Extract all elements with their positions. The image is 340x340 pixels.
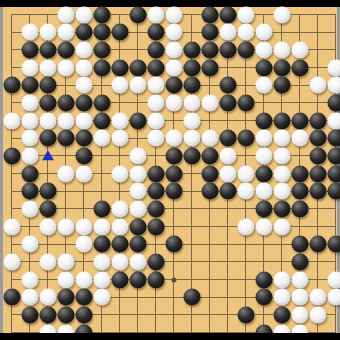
white-stone [273, 218, 290, 235]
black-stone [21, 306, 38, 323]
black-stone [201, 59, 218, 76]
black-stone [309, 130, 326, 147]
black-stone [75, 130, 92, 147]
white-stone [21, 94, 38, 111]
white-stone [309, 306, 326, 323]
white-stone [21, 289, 38, 306]
black-stone [255, 271, 272, 288]
white-stone [21, 24, 38, 41]
black-stone [183, 147, 200, 164]
white-stone [273, 289, 290, 306]
black-stone [57, 41, 74, 58]
white-stone [129, 200, 146, 217]
white-stone [39, 24, 56, 41]
white-stone [147, 130, 164, 147]
black-stone [219, 94, 236, 111]
white-stone [93, 289, 110, 306]
black-stone [75, 24, 92, 41]
white-stone [147, 6, 164, 23]
white-stone [273, 183, 290, 200]
black-stone [111, 271, 128, 288]
black-stone [39, 200, 56, 217]
black-stone [237, 94, 254, 111]
black-stone [219, 183, 236, 200]
white-stone [129, 253, 146, 270]
black-stone [327, 94, 340, 111]
black-stone [129, 6, 146, 23]
white-stone [147, 77, 164, 94]
white-stone [255, 147, 272, 164]
white-stone [75, 41, 92, 58]
white-stone [57, 59, 74, 76]
black-stone [255, 112, 272, 129]
black-stone [147, 41, 164, 58]
white-stone [21, 200, 38, 217]
white-stone [57, 165, 74, 182]
black-stone [147, 253, 164, 270]
bottom-letterbox-bar [0, 333, 340, 340]
white-stone [111, 130, 128, 147]
white-stone [129, 77, 146, 94]
white-stone [165, 6, 182, 23]
black-stone [39, 77, 56, 94]
black-stone [21, 77, 38, 94]
white-stone [183, 112, 200, 129]
white-stone [255, 130, 272, 147]
black-stone [273, 306, 290, 323]
black-stone [309, 112, 326, 129]
white-stone [111, 200, 128, 217]
white-stone [57, 271, 74, 288]
black-stone [111, 59, 128, 76]
white-stone [21, 130, 38, 147]
white-stone [75, 6, 92, 23]
go-app-screenshot: { "game": "go", "board": { "size": 19, "… [0, 0, 340, 340]
go-board[interactable] [3, 7, 337, 333]
black-stone [201, 41, 218, 58]
black-stone [183, 59, 200, 76]
black-stone [93, 236, 110, 253]
white-stone [111, 253, 128, 270]
black-stone [255, 200, 272, 217]
black-stone [93, 112, 110, 129]
black-stone [237, 41, 254, 58]
black-stone [3, 147, 20, 164]
black-stone [147, 200, 164, 217]
white-stone [183, 130, 200, 147]
black-stone [57, 289, 74, 306]
white-stone [75, 77, 92, 94]
black-stone [219, 77, 236, 94]
white-stone [327, 59, 340, 76]
white-stone [201, 94, 218, 111]
white-stone [39, 112, 56, 129]
white-stone [21, 271, 38, 288]
black-stone [57, 94, 74, 111]
black-stone [165, 183, 182, 200]
black-stone [147, 271, 164, 288]
white-stone [57, 218, 74, 235]
black-stone [273, 59, 290, 76]
white-stone [39, 253, 56, 270]
white-stone [255, 218, 272, 235]
white-stone [165, 59, 182, 76]
black-stone [111, 24, 128, 41]
white-stone [327, 289, 340, 306]
black-stone [93, 24, 110, 41]
black-stone [255, 165, 272, 182]
white-stone [111, 218, 128, 235]
white-stone [327, 112, 340, 129]
white-stone [93, 253, 110, 270]
white-stone [309, 289, 326, 306]
white-stone [111, 165, 128, 182]
white-stone [75, 59, 92, 76]
white-stone [93, 218, 110, 235]
black-stone [21, 41, 38, 58]
black-stone [327, 130, 340, 147]
white-stone [309, 77, 326, 94]
white-stone [219, 147, 236, 164]
black-stone [93, 41, 110, 58]
black-stone [255, 289, 272, 306]
black-stone [183, 289, 200, 306]
black-stone [147, 183, 164, 200]
black-stone [201, 24, 218, 41]
black-stone [309, 165, 326, 182]
black-stone [147, 218, 164, 235]
white-stone [3, 112, 20, 129]
black-stone [273, 77, 290, 94]
white-stone [237, 24, 254, 41]
black-stone [291, 253, 308, 270]
white-stone [273, 41, 290, 58]
black-stone [201, 165, 218, 182]
white-stone [291, 130, 308, 147]
white-stone [147, 112, 164, 129]
black-stone [129, 59, 146, 76]
black-stone [183, 41, 200, 58]
white-stone [291, 306, 308, 323]
black-stone [183, 77, 200, 94]
black-stone [291, 236, 308, 253]
white-stone [57, 6, 74, 23]
white-stone [255, 41, 272, 58]
black-stone [309, 147, 326, 164]
white-stone [21, 112, 38, 129]
white-stone [237, 218, 254, 235]
white-stone [111, 112, 128, 129]
white-stone [21, 236, 38, 253]
black-stone [147, 165, 164, 182]
white-stone [111, 77, 128, 94]
white-stone [219, 165, 236, 182]
black-stone [309, 236, 326, 253]
black-stone [93, 94, 110, 111]
white-stone [39, 218, 56, 235]
white-stone [129, 165, 146, 182]
black-stone [129, 112, 146, 129]
black-stone [39, 94, 56, 111]
black-stone [255, 59, 272, 76]
white-stone [75, 112, 92, 129]
white-stone [93, 130, 110, 147]
black-stone [75, 306, 92, 323]
black-stone [39, 130, 56, 147]
white-stone [93, 271, 110, 288]
black-stone [327, 147, 340, 164]
white-stone [219, 24, 236, 41]
black-stone [39, 306, 56, 323]
black-stone [129, 218, 146, 235]
black-stone [75, 94, 92, 111]
white-stone [129, 183, 146, 200]
white-stone [21, 59, 38, 76]
black-stone [165, 165, 182, 182]
black-stone [3, 77, 20, 94]
white-stone [273, 130, 290, 147]
white-stone [21, 147, 38, 164]
white-stone [291, 271, 308, 288]
black-stone [21, 165, 38, 182]
black-stone [39, 41, 56, 58]
white-stone [273, 6, 290, 23]
white-stone [273, 271, 290, 288]
white-stone [57, 253, 74, 270]
black-stone [201, 147, 218, 164]
white-stone [237, 6, 254, 23]
white-stone [57, 24, 74, 41]
white-stone [165, 130, 182, 147]
white-stone [183, 94, 200, 111]
triangle-marker [42, 150, 54, 160]
black-stone [147, 59, 164, 76]
black-stone [21, 183, 38, 200]
black-stone [39, 183, 56, 200]
black-stone [327, 165, 340, 182]
white-stone [237, 165, 254, 182]
black-stone [129, 271, 146, 288]
black-stone [327, 183, 340, 200]
black-stone [165, 236, 182, 253]
black-stone [129, 236, 146, 253]
white-stone [255, 77, 272, 94]
white-stone [291, 41, 308, 58]
black-stone [291, 165, 308, 182]
white-stone [3, 253, 20, 270]
black-stone [291, 200, 308, 217]
black-stone [57, 306, 74, 323]
black-stone [111, 236, 128, 253]
hoshi-point [171, 277, 176, 282]
white-stone [75, 218, 92, 235]
black-stone [93, 59, 110, 76]
black-stone [201, 183, 218, 200]
white-stone [165, 94, 182, 111]
black-stone [219, 6, 236, 23]
white-stone [273, 147, 290, 164]
black-stone [219, 41, 236, 58]
black-stone [327, 236, 340, 253]
black-stone [237, 306, 254, 323]
black-stone [75, 289, 92, 306]
white-stone [327, 77, 340, 94]
black-stone [309, 183, 326, 200]
white-stone [165, 41, 182, 58]
black-stone [93, 200, 110, 217]
white-stone [129, 147, 146, 164]
white-stone [57, 112, 74, 129]
black-stone [93, 6, 110, 23]
white-stone [255, 24, 272, 41]
black-stone [237, 130, 254, 147]
black-stone [273, 112, 290, 129]
white-stone [291, 289, 308, 306]
white-stone [75, 165, 92, 182]
black-stone [291, 183, 308, 200]
black-stone [291, 59, 308, 76]
black-stone [273, 200, 290, 217]
white-stone [201, 130, 218, 147]
white-stone [3, 218, 20, 235]
black-stone [291, 112, 308, 129]
black-stone [201, 6, 218, 23]
white-stone [165, 24, 182, 41]
white-stone [39, 59, 56, 76]
black-stone [75, 147, 92, 164]
black-stone [147, 24, 164, 41]
white-stone [237, 183, 254, 200]
white-stone [147, 94, 164, 111]
white-stone [327, 271, 340, 288]
white-stone [75, 271, 92, 288]
black-stone [165, 77, 182, 94]
white-stone [255, 183, 272, 200]
black-stone [3, 289, 20, 306]
black-stone [219, 130, 236, 147]
white-stone [75, 236, 92, 253]
white-stone [39, 289, 56, 306]
black-stone [57, 130, 74, 147]
white-stone [273, 165, 290, 182]
black-stone [165, 147, 182, 164]
